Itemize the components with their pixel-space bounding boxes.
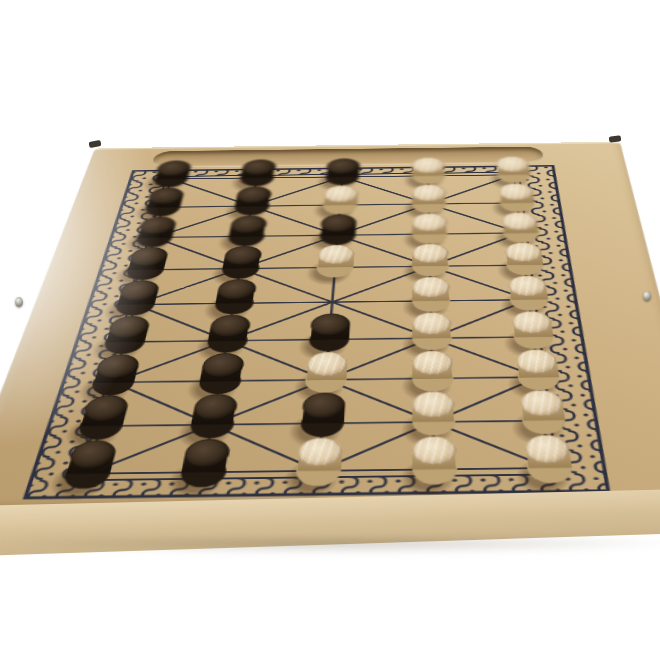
corner-hardware-right (609, 135, 622, 142)
hinge-pin-left (15, 297, 23, 307)
pieces-layer (88, 175, 550, 474)
hinge-pin-right (643, 291, 651, 301)
piece-top-face (412, 436, 457, 465)
piece-top-face (412, 213, 447, 231)
board-slab-top-face (0, 142, 660, 511)
corner-hardware-left (89, 140, 102, 148)
board-3d-scene (95, 142, 626, 660)
piece-top-face (412, 277, 450, 298)
piece-top-face (412, 157, 445, 173)
piece-top-face (412, 350, 453, 375)
piece-top-face (412, 184, 446, 201)
piece-top-face (412, 312, 452, 335)
board-photo-stage (0, 0, 660, 660)
board-slab (0, 142, 660, 510)
cast-shadow (0, 538, 660, 554)
